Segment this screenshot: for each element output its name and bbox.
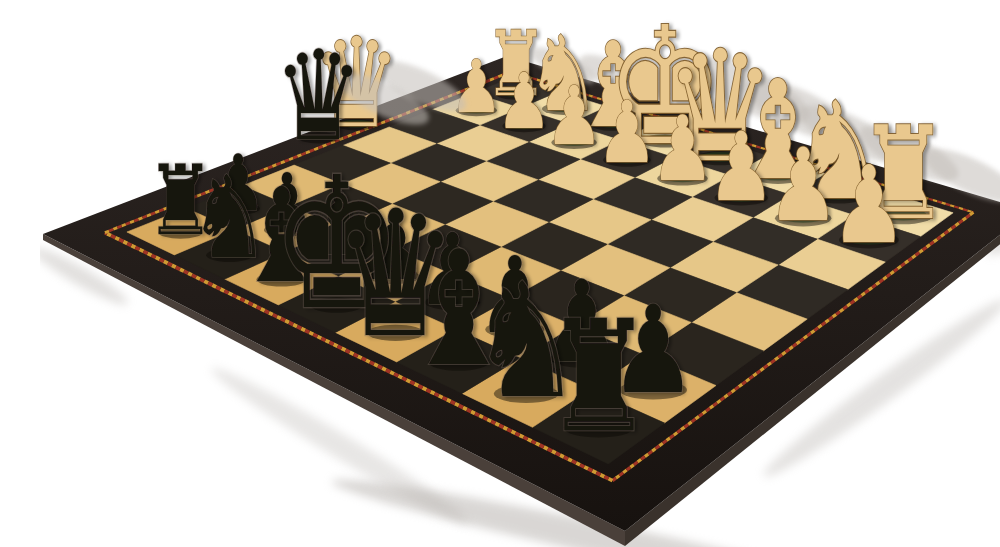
chess-board-scene: ♜♞♟♝♛♟♛♚♟♛♟♝♟♞♟♟♜♟♟♜♟♟♞♟♝♟♚♟♛♟♝♟♞♜	[40, 16, 1000, 547]
white-pawn-f2: ♟	[545, 69, 603, 163]
black-rook-a8: ♜	[544, 288, 654, 467]
chess-set-product-photo: ♜♞♟♝♛♟♛♚♟♛♟♝♟♞♟♟♜♟♟♜♟♟♞♟♝♟♚♟♛♟♝♟♞♜	[40, 16, 1000, 547]
white-pawn-d2: ♟	[650, 96, 715, 201]
white-pawn-e2: ♟	[596, 82, 657, 181]
white-pawn-g2: ♟	[496, 56, 551, 145]
white-pawn-b2: ♟	[767, 126, 839, 244]
white-pawn-a2: ♟	[831, 143, 908, 268]
white-pawn-c2: ♟	[707, 111, 775, 221]
white-pawn-h2: ♟	[450, 43, 503, 129]
